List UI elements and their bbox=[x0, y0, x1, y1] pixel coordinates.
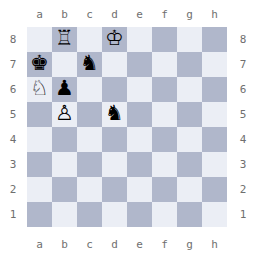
white-king-piece: ♔ bbox=[105, 27, 124, 51]
rank-label-right-2: 2 bbox=[230, 177, 256, 202]
white-pawn-piece: ♙ bbox=[55, 102, 74, 126]
rank-label-left-4: 4 bbox=[0, 127, 26, 152]
square-a1[interactable] bbox=[27, 202, 52, 227]
file-label-bottom-b: b bbox=[52, 231, 77, 257]
square-e5[interactable] bbox=[127, 102, 152, 127]
rank-label-left-6: 6 bbox=[0, 77, 26, 102]
square-c5[interactable] bbox=[77, 102, 102, 127]
chess-diagram: ♖♔♚♞♘♟♙♞ aabbccddeeffgghh887766554433221… bbox=[0, 0, 258, 260]
file-label-top-e: e bbox=[127, 1, 152, 27]
rank-label-left-3: 3 bbox=[0, 152, 26, 177]
square-d5[interactable]: ♞ bbox=[102, 102, 127, 127]
square-d7[interactable] bbox=[102, 52, 127, 77]
square-e1[interactable] bbox=[127, 202, 152, 227]
square-c2[interactable] bbox=[77, 177, 102, 202]
square-g7[interactable] bbox=[177, 52, 202, 77]
square-h1[interactable] bbox=[202, 202, 227, 227]
square-b8[interactable]: ♖ bbox=[52, 27, 77, 52]
file-label-top-f: f bbox=[152, 1, 177, 27]
file-label-top-b: b bbox=[52, 1, 77, 27]
black-pawn-piece: ♟ bbox=[55, 77, 74, 101]
square-d2[interactable] bbox=[102, 177, 127, 202]
square-a8[interactable] bbox=[27, 27, 52, 52]
black-knight-piece: ♞ bbox=[80, 52, 99, 76]
square-e4[interactable] bbox=[127, 127, 152, 152]
square-b3[interactable] bbox=[52, 152, 77, 177]
square-g5[interactable] bbox=[177, 102, 202, 127]
rank-label-right-5: 5 bbox=[230, 102, 256, 127]
rank-label-left-5: 5 bbox=[0, 102, 26, 127]
rank-label-left-2: 2 bbox=[0, 177, 26, 202]
rank-label-left-7: 7 bbox=[0, 52, 26, 77]
file-label-top-a: a bbox=[27, 1, 52, 27]
rank-label-right-6: 6 bbox=[230, 77, 256, 102]
square-c7[interactable]: ♞ bbox=[77, 52, 102, 77]
square-f6[interactable] bbox=[152, 77, 177, 102]
square-g1[interactable] bbox=[177, 202, 202, 227]
square-e7[interactable] bbox=[127, 52, 152, 77]
square-a3[interactable] bbox=[27, 152, 52, 177]
square-h8[interactable] bbox=[202, 27, 227, 52]
square-g4[interactable] bbox=[177, 127, 202, 152]
square-d1[interactable] bbox=[102, 202, 127, 227]
square-g2[interactable] bbox=[177, 177, 202, 202]
square-f7[interactable] bbox=[152, 52, 177, 77]
rank-label-left-1: 1 bbox=[0, 202, 26, 227]
square-d8[interactable]: ♔ bbox=[102, 27, 127, 52]
square-g8[interactable] bbox=[177, 27, 202, 52]
file-label-top-g: g bbox=[177, 1, 202, 27]
square-c4[interactable] bbox=[77, 127, 102, 152]
rank-label-right-7: 7 bbox=[230, 52, 256, 77]
square-a7[interactable]: ♚ bbox=[27, 52, 52, 77]
rank-label-right-8: 8 bbox=[230, 27, 256, 52]
file-label-bottom-h: h bbox=[202, 231, 227, 257]
square-b7[interactable] bbox=[52, 52, 77, 77]
file-label-top-h: h bbox=[202, 1, 227, 27]
file-label-top-d: d bbox=[102, 1, 127, 27]
square-e3[interactable] bbox=[127, 152, 152, 177]
square-a5[interactable] bbox=[27, 102, 52, 127]
chess-board: ♖♔♚♞♘♟♙♞ bbox=[27, 27, 227, 227]
square-c6[interactable] bbox=[77, 77, 102, 102]
square-f3[interactable] bbox=[152, 152, 177, 177]
file-label-bottom-d: d bbox=[102, 231, 127, 257]
square-f8[interactable] bbox=[152, 27, 177, 52]
file-label-bottom-g: g bbox=[177, 231, 202, 257]
file-label-bottom-c: c bbox=[77, 231, 102, 257]
square-c1[interactable] bbox=[77, 202, 102, 227]
square-g3[interactable] bbox=[177, 152, 202, 177]
square-d3[interactable] bbox=[102, 152, 127, 177]
square-b1[interactable] bbox=[52, 202, 77, 227]
square-c8[interactable] bbox=[77, 27, 102, 52]
square-d4[interactable] bbox=[102, 127, 127, 152]
square-f4[interactable] bbox=[152, 127, 177, 152]
square-e2[interactable] bbox=[127, 177, 152, 202]
rank-label-right-4: 4 bbox=[230, 127, 256, 152]
square-e6[interactable] bbox=[127, 77, 152, 102]
square-f2[interactable] bbox=[152, 177, 177, 202]
square-h2[interactable] bbox=[202, 177, 227, 202]
rank-label-right-3: 3 bbox=[230, 152, 256, 177]
rank-label-left-8: 8 bbox=[0, 27, 26, 52]
square-e8[interactable] bbox=[127, 27, 152, 52]
square-a4[interactable] bbox=[27, 127, 52, 152]
file-label-bottom-f: f bbox=[152, 231, 177, 257]
square-b5[interactable]: ♙ bbox=[52, 102, 77, 127]
square-a2[interactable] bbox=[27, 177, 52, 202]
black-knight-piece: ♞ bbox=[105, 102, 124, 126]
square-h5[interactable] bbox=[202, 102, 227, 127]
square-h3[interactable] bbox=[202, 152, 227, 177]
file-label-bottom-a: a bbox=[27, 231, 52, 257]
square-f1[interactable] bbox=[152, 202, 177, 227]
white-knight-piece: ♘ bbox=[30, 77, 49, 101]
square-d6[interactable] bbox=[102, 77, 127, 102]
square-c3[interactable] bbox=[77, 152, 102, 177]
square-b6[interactable]: ♟ bbox=[52, 77, 77, 102]
square-g6[interactable] bbox=[177, 77, 202, 102]
square-h6[interactable] bbox=[202, 77, 227, 102]
file-label-top-c: c bbox=[77, 1, 102, 27]
rank-label-right-1: 1 bbox=[230, 202, 256, 227]
square-h4[interactable] bbox=[202, 127, 227, 152]
square-h7[interactable] bbox=[202, 52, 227, 77]
square-b2[interactable] bbox=[52, 177, 77, 202]
square-b4[interactable] bbox=[52, 127, 77, 152]
white-rook-piece: ♖ bbox=[55, 27, 74, 51]
square-a6[interactable]: ♘ bbox=[27, 77, 52, 102]
file-label-bottom-e: e bbox=[127, 231, 152, 257]
square-f5[interactable] bbox=[152, 102, 177, 127]
black-king-piece: ♚ bbox=[30, 52, 49, 76]
